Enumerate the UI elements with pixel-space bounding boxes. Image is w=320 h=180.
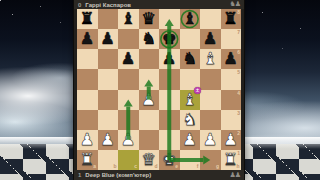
piece-black-pawn[interactable]: ♟ — [159, 49, 180, 69]
top-player-bar: 0 Гаррі Каспаров ♞♟ — [74, 0, 244, 9]
square-h5[interactable]: 5 — [221, 69, 242, 89]
rank-label-4: 4 — [237, 91, 240, 96]
piece-white-bishop[interactable]: ♝ — [200, 49, 221, 69]
square-e8[interactable] — [159, 9, 180, 29]
piece-white-knight[interactable]: ♞ — [180, 110, 201, 130]
square-a4[interactable] — [77, 90, 98, 110]
square-d2[interactable] — [139, 130, 160, 150]
square-e6[interactable]: ♟ — [159, 49, 180, 69]
square-e5[interactable] — [159, 69, 180, 89]
piece-black-rook[interactable]: ♜ — [221, 9, 242, 29]
chess-board[interactable]: ♜♝♛♝♜8♟♟♞♚♟7♟♟♞♝♟65♟♝4♞3♟♟♟♟♟♟2♜abc♛d♚ef… — [77, 9, 241, 170]
file-label-c: c — [134, 164, 137, 169]
top-player-score: 0 — [78, 2, 81, 8]
square-h6[interactable]: ♟6 — [221, 49, 242, 69]
square-d8[interactable]: ♛ — [139, 9, 160, 29]
square-h4[interactable]: 4 — [221, 90, 242, 110]
piece-white-pawn[interactable]: ♟ — [118, 130, 139, 150]
square-g2[interactable]: ♟ — [200, 130, 221, 150]
bottom-player-bar: 1 Deep Blue (комп'ютер) ♟♟ — [74, 170, 244, 180]
piece-black-rook[interactable]: ♜ — [77, 9, 98, 29]
square-g8[interactable] — [200, 9, 221, 29]
piece-black-pawn[interactable]: ♟ — [118, 49, 139, 69]
square-d4[interactable]: ♟ — [139, 90, 160, 110]
square-f3[interactable]: ♞ — [180, 110, 201, 130]
square-g3[interactable] — [200, 110, 221, 130]
square-b8[interactable] — [98, 9, 119, 29]
square-c4[interactable] — [118, 90, 139, 110]
square-g4[interactable] — [200, 90, 221, 110]
piece-black-knight[interactable]: ♞ — [139, 29, 160, 49]
square-b6[interactable] — [98, 49, 119, 69]
square-e3[interactable] — [159, 110, 180, 130]
square-h1[interactable]: ♜1h — [221, 150, 242, 170]
square-a8[interactable]: ♜ — [77, 9, 98, 29]
square-b2[interactable]: ♟ — [98, 130, 119, 150]
square-f7[interactable] — [180, 29, 201, 49]
square-g1[interactable]: g — [200, 150, 221, 170]
square-a3[interactable] — [77, 110, 98, 130]
square-c2[interactable]: ♟ — [118, 130, 139, 150]
rank-label-7: 7 — [237, 30, 240, 35]
square-d1[interactable]: ♛d — [139, 150, 160, 170]
square-c8[interactable]: ♝ — [118, 9, 139, 29]
piece-black-king[interactable]: ♚ — [159, 29, 180, 49]
square-b4[interactable] — [98, 90, 119, 110]
square-b7[interactable]: ♟ — [98, 29, 119, 49]
piece-black-bishop[interactable]: ♝ — [180, 9, 201, 29]
square-e7[interactable]: ♚ — [159, 29, 180, 49]
square-c5[interactable] — [118, 69, 139, 89]
piece-white-king[interactable]: ♚ — [159, 150, 180, 170]
stars-decoration — [0, 0, 1, 1]
rank-label-5: 5 — [237, 70, 240, 75]
piece-white-pawn[interactable]: ♟ — [221, 130, 242, 150]
piece-white-pawn[interactable]: ♟ — [77, 130, 98, 150]
square-b5[interactable] — [98, 69, 119, 89]
square-d5[interactable] — [139, 69, 160, 89]
square-h3[interactable]: 3 — [221, 110, 242, 130]
top-player-name: Гаррі Каспаров — [85, 2, 131, 8]
square-a7[interactable]: ♟ — [77, 29, 98, 49]
square-c6[interactable]: ♟ — [118, 49, 139, 69]
rank-label-3: 3 — [237, 111, 240, 116]
square-c7[interactable] — [118, 29, 139, 49]
square-a6[interactable] — [77, 49, 98, 69]
piece-white-pawn[interactable]: ♟ — [139, 90, 160, 110]
piece-black-pawn[interactable]: ♟ — [200, 29, 221, 49]
square-h2[interactable]: ♟2 — [221, 130, 242, 150]
piece-white-queen[interactable]: ♛ — [139, 150, 160, 170]
square-c3[interactable] — [118, 110, 139, 130]
piece-black-pawn[interactable]: ♟ — [221, 49, 242, 69]
square-f6[interactable]: ♞ — [180, 49, 201, 69]
piece-white-rook[interactable]: ♜ — [77, 150, 98, 170]
piece-black-bishop[interactable]: ♝ — [118, 9, 139, 29]
evaluation-badge: ± — [194, 87, 201, 94]
square-d3[interactable] — [139, 110, 160, 130]
piece-white-pawn[interactable]: ♟ — [180, 130, 201, 150]
file-label-b: b — [113, 164, 116, 169]
square-a1[interactable]: ♜a — [77, 150, 98, 170]
scene: 0 Гаррі Каспаров ♞♟ ♜♝♛♝♜8♟♟♞♚♟7♟♟♞♝♟65♟… — [0, 0, 320, 180]
square-f1[interactable]: f — [180, 150, 201, 170]
file-label-g: g — [216, 164, 219, 169]
piece-black-pawn[interactable]: ♟ — [77, 29, 98, 49]
square-f8[interactable]: ♝ — [180, 9, 201, 29]
square-b1[interactable]: b — [98, 150, 119, 170]
bottom-captured-pieces: ♟♟ — [229, 172, 240, 179]
piece-white-pawn[interactable]: ♟ — [98, 130, 119, 150]
bottom-player-name: Deep Blue (комп'ютер) — [85, 172, 151, 178]
square-e2[interactable] — [159, 130, 180, 150]
square-d7[interactable]: ♞ — [139, 29, 160, 49]
bottom-player-score: 1 — [78, 172, 81, 178]
square-c1[interactable]: c — [118, 150, 139, 170]
piece-black-queen[interactable]: ♛ — [139, 9, 160, 29]
square-g7[interactable]: ♟ — [200, 29, 221, 49]
piece-white-pawn[interactable]: ♟ — [200, 130, 221, 150]
piece-black-knight[interactable]: ♞ — [180, 49, 201, 69]
square-g6[interactable]: ♝ — [200, 49, 221, 69]
square-h7[interactable]: 7 — [221, 29, 242, 49]
square-d6[interactable] — [139, 49, 160, 69]
piece-white-rook[interactable]: ♜ — [221, 150, 242, 170]
square-a2[interactable]: ♟ — [77, 130, 98, 150]
square-f2[interactable]: ♟ — [180, 130, 201, 150]
top-captured-pieces: ♞♟ — [229, 1, 240, 8]
square-h8[interactable]: ♜8 — [221, 9, 242, 29]
file-label-f: f — [197, 164, 199, 169]
piece-black-pawn[interactable]: ♟ — [98, 29, 119, 49]
square-e1[interactable]: ♚e — [159, 150, 180, 170]
square-g5[interactable] — [200, 69, 221, 89]
square-e4[interactable] — [159, 90, 180, 110]
chess-app-panel: 0 Гаррі Каспаров ♞♟ ♜♝♛♝♜8♟♟♞♚♟7♟♟♞♝♟65♟… — [74, 0, 244, 180]
square-a5[interactable] — [77, 69, 98, 89]
square-b3[interactable] — [98, 110, 119, 130]
